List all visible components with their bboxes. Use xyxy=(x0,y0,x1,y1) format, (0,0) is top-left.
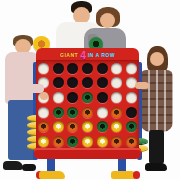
cell-r6c4 xyxy=(80,134,95,149)
cell-r4c3 xyxy=(65,105,80,120)
cell-r6c1 xyxy=(36,134,51,149)
empty-hole xyxy=(111,77,122,88)
board-foot-tip-right xyxy=(133,171,140,179)
boy-shoe xyxy=(3,161,23,170)
disc-O xyxy=(53,136,64,147)
cell-r1c2 xyxy=(51,61,66,76)
disc-G xyxy=(97,121,108,132)
girl-shoe xyxy=(145,163,167,171)
disc-O xyxy=(38,121,49,132)
empty-hole xyxy=(38,107,49,118)
empty-hole xyxy=(82,63,93,74)
cell-r2c5 xyxy=(95,76,110,91)
boy-shoe-back xyxy=(22,164,36,171)
empty-hole xyxy=(97,107,108,118)
disc-Y xyxy=(38,136,49,147)
cell-r4c5 xyxy=(95,105,110,120)
empty-hole xyxy=(97,63,108,74)
cell-r3c3 xyxy=(65,90,80,105)
cell-r2c2 xyxy=(51,76,66,91)
cell-r5c2 xyxy=(51,120,66,135)
cell-r2c4 xyxy=(80,76,95,91)
girl-plaid-dress xyxy=(140,70,173,132)
disc-O xyxy=(82,107,93,118)
boy-hand xyxy=(40,92,48,100)
cell-r4c1 xyxy=(36,105,51,120)
girl-head xyxy=(150,52,164,66)
logo-word2: IN A ROW xyxy=(88,52,115,58)
girl-tights xyxy=(149,130,164,164)
photo-scene: GIANT 4 IN A ROW xyxy=(0,0,180,180)
empty-hole xyxy=(53,92,64,103)
cell-r3c5 xyxy=(95,90,110,105)
board-bottom-rail xyxy=(34,148,141,159)
empty-hole xyxy=(111,92,122,103)
empty-hole xyxy=(67,63,78,74)
disc-Y xyxy=(82,121,93,132)
empty-hole xyxy=(82,77,93,88)
disc-O xyxy=(126,136,137,147)
empty-hole xyxy=(67,92,78,103)
cell-r1c3 xyxy=(65,61,80,76)
logo-big-4: 4 xyxy=(80,50,86,61)
cell-r6c7 xyxy=(124,134,139,149)
cell-r1c1 xyxy=(36,61,51,76)
empty-hole xyxy=(111,63,122,74)
cell-r6c6 xyxy=(110,134,125,149)
woman-head xyxy=(100,13,115,28)
cell-r1c7 xyxy=(124,61,139,76)
cell-r3c4 xyxy=(80,90,95,105)
disc-Y xyxy=(82,136,93,147)
cell-r5c6 xyxy=(110,120,125,135)
disc-G xyxy=(67,136,78,147)
cell-r5c4 xyxy=(80,120,95,135)
cell-r1c4 xyxy=(80,61,95,76)
empty-hole xyxy=(126,63,137,74)
disc-G xyxy=(67,107,78,118)
board-foot-left xyxy=(39,171,65,179)
disc-O xyxy=(67,121,78,132)
disc-Y xyxy=(97,136,108,147)
disc-G xyxy=(82,92,93,103)
disc-G xyxy=(126,121,137,132)
disc-G xyxy=(53,107,64,118)
cell-r6c3 xyxy=(65,134,80,149)
cell-r4c2 xyxy=(51,105,66,120)
board-body xyxy=(36,61,139,149)
empty-hole xyxy=(126,107,137,118)
logo-word1: GIANT xyxy=(60,52,78,58)
cell-r4c6 xyxy=(110,105,125,120)
board-top-rail: GIANT 4 IN A ROW xyxy=(36,48,139,62)
cell-r1c5 xyxy=(95,61,110,76)
empty-hole xyxy=(53,63,64,74)
empty-hole xyxy=(97,77,108,88)
cell-r3c6 xyxy=(110,90,125,105)
cell-r6c5 xyxy=(95,134,110,149)
empty-hole xyxy=(97,92,108,103)
cell-r5c5 xyxy=(95,120,110,135)
cell-r6c2 xyxy=(51,134,66,149)
empty-hole xyxy=(38,63,49,74)
cell-r4c4 xyxy=(80,105,95,120)
disc-Y xyxy=(111,121,122,132)
cell-r3c7 xyxy=(124,90,139,105)
cell-r5c7 xyxy=(124,120,139,135)
girl-arm xyxy=(135,82,149,89)
empty-hole xyxy=(126,92,137,103)
disc-O xyxy=(111,136,122,147)
empty-hole xyxy=(53,77,64,88)
cell-r5c3 xyxy=(65,120,80,135)
disc-O xyxy=(111,107,122,118)
cell-r3c2 xyxy=(51,90,66,105)
cell-r1c6 xyxy=(110,61,125,76)
cell-r4c7 xyxy=(124,105,139,120)
cell-r2c6 xyxy=(110,76,125,91)
cell-r5c1 xyxy=(36,120,51,135)
board-grid xyxy=(36,61,139,149)
cell-r2c3 xyxy=(65,76,80,91)
empty-hole xyxy=(67,77,78,88)
disc-Y xyxy=(53,121,64,132)
